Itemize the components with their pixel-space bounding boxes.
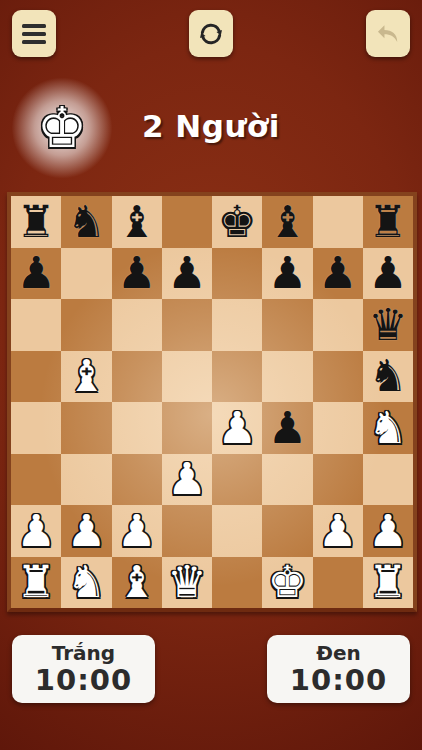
square-f7[interactable]: ♟: [262, 248, 312, 300]
piece-white-pawn[interactable]: ♟: [167, 457, 206, 501]
square-e1[interactable]: [212, 557, 262, 609]
app-screen: ♚ 2 Người ♜♞♝♚♝♜♟♟♟♟♟♟♛♝♞♟♟♞♟♟♟♟♟♟♜♞♝♛♚♜…: [0, 0, 422, 750]
square-h7[interactable]: ♟: [363, 248, 413, 300]
black-clock-time: 10:00: [290, 665, 387, 695]
square-e2[interactable]: [212, 505, 262, 557]
square-c3[interactable]: [112, 454, 162, 506]
square-a2[interactable]: ♟: [11, 505, 61, 557]
square-g4[interactable]: [313, 402, 363, 454]
square-f4[interactable]: ♟: [262, 402, 312, 454]
refresh-icon: [197, 20, 225, 48]
piece-white-pawn[interactable]: ♟: [368, 509, 407, 553]
piece-white-pawn[interactable]: ♟: [318, 509, 357, 553]
square-b8[interactable]: ♞: [61, 196, 111, 248]
menu-button[interactable]: [12, 10, 56, 57]
piece-white-knight[interactable]: ♞: [368, 406, 407, 450]
square-d7[interactable]: ♟: [162, 248, 212, 300]
white-clock-time: 10:00: [35, 665, 132, 695]
board-grid: ♜♞♝♚♝♜♟♟♟♟♟♟♛♝♞♟♟♞♟♟♟♟♟♟♜♞♝♛♚♜: [11, 196, 413, 608]
piece-black-pawn[interactable]: ♟: [368, 251, 407, 295]
square-b7[interactable]: [61, 248, 111, 300]
square-c1[interactable]: ♝: [112, 557, 162, 609]
square-a7[interactable]: ♟: [11, 248, 61, 300]
square-b4[interactable]: [61, 402, 111, 454]
square-d4[interactable]: [162, 402, 212, 454]
square-f6[interactable]: [262, 299, 312, 351]
square-f5[interactable]: [262, 351, 312, 403]
square-b3[interactable]: [61, 454, 111, 506]
page-title: 2 Người: [0, 108, 422, 144]
piece-black-pawn[interactable]: ♟: [268, 406, 307, 450]
square-c6[interactable]: [112, 299, 162, 351]
white-clock-panel[interactable]: Trắng 10:00: [12, 635, 155, 703]
square-c8[interactable]: ♝: [112, 196, 162, 248]
piece-white-bishop[interactable]: ♝: [67, 354, 106, 398]
square-e5[interactable]: [212, 351, 262, 403]
square-c5[interactable]: [112, 351, 162, 403]
piece-black-pawn[interactable]: ♟: [117, 251, 156, 295]
square-a3[interactable]: [11, 454, 61, 506]
square-g1[interactable]: [313, 557, 363, 609]
square-b5[interactable]: ♝: [61, 351, 111, 403]
square-c7[interactable]: ♟: [112, 248, 162, 300]
piece-black-pawn[interactable]: ♟: [318, 251, 357, 295]
square-a8[interactable]: ♜: [11, 196, 61, 248]
square-a5[interactable]: [11, 351, 61, 403]
square-c2[interactable]: ♟: [112, 505, 162, 557]
piece-white-pawn[interactable]: ♟: [217, 406, 256, 450]
hamburger-menu-icon: [22, 24, 46, 44]
piece-black-knight[interactable]: ♞: [67, 200, 106, 244]
square-h4[interactable]: ♞: [363, 402, 413, 454]
square-c4[interactable]: [112, 402, 162, 454]
square-e3[interactable]: [212, 454, 262, 506]
piece-black-pawn[interactable]: ♟: [268, 251, 307, 295]
square-g8[interactable]: [313, 196, 363, 248]
piece-black-queen[interactable]: ♛: [368, 303, 407, 347]
black-clock-label: Đen: [316, 643, 361, 664]
square-e4[interactable]: ♟: [212, 402, 262, 454]
square-h6[interactable]: ♛: [363, 299, 413, 351]
square-h5[interactable]: ♞: [363, 351, 413, 403]
piece-white-king[interactable]: ♚: [268, 560, 307, 604]
white-clock-label: Trắng: [52, 643, 115, 664]
square-d5[interactable]: [162, 351, 212, 403]
piece-white-pawn[interactable]: ♟: [67, 509, 106, 553]
piece-white-rook[interactable]: ♜: [16, 560, 55, 604]
square-h2[interactable]: ♟: [363, 505, 413, 557]
piece-white-pawn[interactable]: ♟: [117, 509, 156, 553]
new-game-button[interactable]: [189, 10, 233, 57]
square-g3[interactable]: [313, 454, 363, 506]
square-g2[interactable]: ♟: [313, 505, 363, 557]
square-d2[interactable]: [162, 505, 212, 557]
piece-black-bishop[interactable]: ♝: [117, 200, 156, 244]
square-f2[interactable]: [262, 505, 312, 557]
piece-white-rook[interactable]: ♜: [368, 560, 407, 604]
piece-white-bishop[interactable]: ♝: [117, 560, 156, 604]
square-b1[interactable]: ♞: [61, 557, 111, 609]
square-d8[interactable]: [162, 196, 212, 248]
square-f1[interactable]: ♚: [262, 557, 312, 609]
piece-white-pawn[interactable]: ♟: [16, 509, 55, 553]
square-d3[interactable]: ♟: [162, 454, 212, 506]
piece-black-rook[interactable]: ♜: [368, 200, 407, 244]
square-e8[interactable]: ♚: [212, 196, 262, 248]
undo-button[interactable]: [366, 10, 410, 57]
square-d1[interactable]: ♛: [162, 557, 212, 609]
square-f8[interactable]: ♝: [262, 196, 312, 248]
square-b6[interactable]: [61, 299, 111, 351]
piece-white-knight[interactable]: ♞: [67, 560, 106, 604]
square-h3[interactable]: [363, 454, 413, 506]
square-f3[interactable]: [262, 454, 312, 506]
square-a6[interactable]: [11, 299, 61, 351]
square-a4[interactable]: [11, 402, 61, 454]
square-e6[interactable]: [212, 299, 262, 351]
piece-white-queen[interactable]: ♛: [167, 560, 206, 604]
piece-black-bishop[interactable]: ♝: [268, 200, 307, 244]
piece-black-pawn[interactable]: ♟: [167, 251, 206, 295]
square-g5[interactable]: [313, 351, 363, 403]
piece-black-pawn[interactable]: ♟: [16, 251, 55, 295]
square-d6[interactable]: [162, 299, 212, 351]
square-g7[interactable]: ♟: [313, 248, 363, 300]
chess-board: ♜♞♝♚♝♜♟♟♟♟♟♟♛♝♞♟♟♞♟♟♟♟♟♟♜♞♝♛♚♜: [7, 192, 417, 612]
square-a1[interactable]: ♜: [11, 557, 61, 609]
square-h1[interactable]: ♜: [363, 557, 413, 609]
piece-black-knight[interactable]: ♞: [368, 354, 407, 398]
undo-back-arrow-icon: [375, 22, 401, 46]
piece-black-rook[interactable]: ♜: [16, 200, 55, 244]
square-b2[interactable]: ♟: [61, 505, 111, 557]
square-e7[interactable]: [212, 248, 262, 300]
piece-black-king[interactable]: ♚: [217, 200, 256, 244]
square-h8[interactable]: ♜: [363, 196, 413, 248]
black-clock-panel[interactable]: Đen 10:00: [267, 635, 410, 703]
square-g6[interactable]: [313, 299, 363, 351]
